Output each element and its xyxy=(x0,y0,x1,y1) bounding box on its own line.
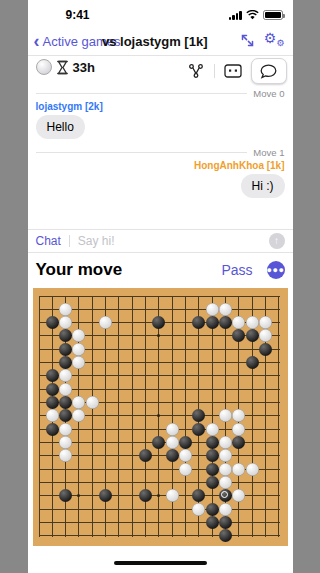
nav-bar: ‹ Active games vs lojastygm [1k] ⚙⚙ xyxy=(28,30,293,55)
white-stone xyxy=(166,436,179,449)
white-stone xyxy=(72,343,85,356)
grid-line xyxy=(278,296,279,537)
grid-line xyxy=(39,389,280,390)
white-stone xyxy=(59,436,72,449)
chat-tab-button[interactable] xyxy=(251,58,287,84)
black-stone xyxy=(192,489,205,502)
black-stone xyxy=(206,463,219,476)
white-stone xyxy=(166,423,179,436)
chevron-left-icon: ‹ xyxy=(34,32,40,50)
black-stone xyxy=(259,343,272,356)
white-stone xyxy=(192,503,205,516)
settings-gears-icon[interactable]: ⚙⚙ xyxy=(264,31,285,50)
white-stone xyxy=(72,329,85,342)
move-label: Move 0 xyxy=(253,88,284,99)
black-stone xyxy=(206,516,219,529)
black-stone xyxy=(206,449,219,462)
black-stone xyxy=(59,409,72,422)
wifi-icon xyxy=(246,10,259,20)
grid-line xyxy=(39,509,280,510)
black-stone xyxy=(246,329,259,342)
white-stone xyxy=(59,369,72,382)
move-marker-row: Move 1 xyxy=(28,145,293,159)
white-stone xyxy=(259,316,272,329)
chat-input-row: Chat Say hi! ↑ xyxy=(28,230,293,252)
black-stone xyxy=(206,436,219,449)
game-toolbar: 33h xyxy=(28,56,293,86)
white-stone xyxy=(206,303,219,316)
chat-input[interactable]: Say hi! xyxy=(78,234,269,248)
home-indicator[interactable] xyxy=(114,561,207,566)
white-stone xyxy=(219,436,232,449)
go-board[interactable] xyxy=(33,288,288,546)
white-stone xyxy=(246,316,259,329)
status-time: 9:41 xyxy=(56,8,100,22)
move-tree-button[interactable] xyxy=(178,58,214,84)
status-bar: 9:41 xyxy=(28,0,293,30)
chat-message-row: Hi :) xyxy=(28,172,293,200)
white-stone xyxy=(219,409,232,422)
white-stone xyxy=(59,383,72,396)
white-stone xyxy=(59,303,72,316)
chat-username-self[interactable]: HongAnhKhoa [1k] xyxy=(28,159,293,172)
grid-line xyxy=(39,296,40,537)
grid-line xyxy=(132,296,133,537)
white-stone xyxy=(219,463,232,476)
black-stone xyxy=(192,423,205,436)
page-title: vs lojastygm [1k] xyxy=(102,34,208,49)
battery-icon xyxy=(263,10,283,20)
white-stone xyxy=(179,463,192,476)
black-stone xyxy=(46,369,59,382)
move-label: Move 1 xyxy=(253,147,284,158)
black-stone xyxy=(46,396,59,409)
white-stone xyxy=(232,409,245,422)
white-stone xyxy=(86,396,99,409)
black-stone xyxy=(206,503,219,516)
white-stone-icon xyxy=(36,59,52,75)
grid-line xyxy=(212,296,213,537)
black-stone xyxy=(219,489,232,502)
ai-review-button[interactable] xyxy=(215,58,251,84)
black-stone xyxy=(206,476,219,489)
chat-bubble: Hi :) xyxy=(241,174,285,198)
chat-log: Move 0 lojastygm [2k] Hello Move 1 HongA… xyxy=(28,86,293,200)
chat-message-row: Hello xyxy=(28,113,293,141)
black-stone xyxy=(139,449,152,462)
black-stone xyxy=(46,316,59,329)
black-stone xyxy=(179,436,192,449)
black-stone xyxy=(192,316,205,329)
white-stone xyxy=(46,409,59,422)
hourglass-icon xyxy=(57,60,68,75)
white-stone xyxy=(219,449,232,462)
nav-actions: ⚙⚙ xyxy=(240,31,285,50)
white-stone xyxy=(59,316,72,329)
white-stone xyxy=(72,356,85,369)
black-stone xyxy=(152,436,165,449)
black-stone xyxy=(232,436,245,449)
white-stone xyxy=(166,489,179,502)
grid-line xyxy=(39,482,280,483)
more-options-button[interactable]: ●●● xyxy=(267,261,285,279)
white-stone xyxy=(99,316,112,329)
chat-bubble: Hello xyxy=(36,115,85,139)
last-move-marker xyxy=(221,491,228,498)
black-stone xyxy=(219,516,232,529)
divider xyxy=(69,235,70,247)
white-stone xyxy=(219,503,232,516)
grid-line xyxy=(39,375,280,376)
white-stone xyxy=(232,463,245,476)
black-stone xyxy=(59,489,72,502)
black-stone xyxy=(152,316,165,329)
black-stone xyxy=(99,489,112,502)
action-bar: Your move Pass ●●● xyxy=(28,252,293,288)
turn-indicator: Your move xyxy=(36,260,222,280)
grid-line xyxy=(185,296,186,537)
white-stone xyxy=(59,423,72,436)
pass-button[interactable]: Pass xyxy=(221,262,252,278)
black-stone xyxy=(192,409,205,422)
send-button[interactable]: ↑ xyxy=(269,233,285,249)
grid-line xyxy=(39,309,280,310)
black-stone xyxy=(59,356,72,369)
white-stone xyxy=(232,423,245,436)
black-stone xyxy=(166,449,179,462)
black-stone xyxy=(59,396,72,409)
clock-value: 33h xyxy=(73,60,95,75)
grid-line xyxy=(39,535,280,536)
black-stone xyxy=(219,529,232,542)
black-stone xyxy=(232,329,245,342)
white-stone xyxy=(206,423,219,436)
black-stone xyxy=(59,329,72,342)
white-stone xyxy=(232,489,245,502)
player-clock: 33h xyxy=(36,59,95,75)
white-stone xyxy=(259,329,272,342)
white-stone xyxy=(246,463,259,476)
black-stone xyxy=(246,356,259,369)
white-stone xyxy=(179,449,192,462)
white-stone xyxy=(72,396,85,409)
cell-signal-icon xyxy=(229,11,242,20)
black-stone xyxy=(46,383,59,396)
white-stone xyxy=(219,476,232,489)
app-screen: 9:41 ‹ Active games vs lojastygm [1k] xyxy=(28,0,293,573)
white-stone xyxy=(219,303,232,316)
black-stone xyxy=(206,316,219,329)
grid-line xyxy=(92,296,93,537)
black-stone xyxy=(139,489,152,502)
black-stone xyxy=(59,343,72,356)
black-stone xyxy=(219,316,232,329)
grid-line xyxy=(39,455,280,456)
move-marker-row: Move 0 xyxy=(28,86,293,100)
white-stone xyxy=(59,449,72,462)
expand-icon[interactable] xyxy=(240,33,255,48)
grid-line xyxy=(39,296,280,297)
chat-channel-selector[interactable]: Chat xyxy=(36,234,61,248)
white-stone xyxy=(232,316,245,329)
grid-line xyxy=(118,296,119,537)
chat-username-opponent[interactable]: lojastygm [2k] xyxy=(28,100,293,113)
status-icons xyxy=(229,10,283,20)
view-segmented-control xyxy=(178,58,287,84)
grid-line xyxy=(39,522,280,523)
black-stone xyxy=(46,423,59,436)
white-stone xyxy=(72,409,85,422)
